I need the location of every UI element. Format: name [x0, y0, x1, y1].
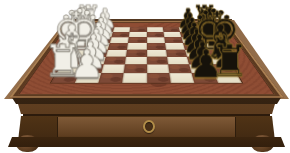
- white-pawn-h2[interactable]: ♟: [69, 45, 104, 84]
- chess-board: ♜♟♟♜♞♟♟♞♝♟♟♝♛♟♟♛♚♟♟♚♝♟♟♝♞♟♟♞♜♟♟♜: [9, 21, 284, 97]
- square-d4[interactable]: [127, 43, 146, 49]
- playing-area: ♜♟♟♜♞♟♟♞♝♟♟♝♛♟♟♛♚♟♟♚♝♟♟♝♞♟♟♞♜♟♟♜: [51, 27, 242, 83]
- square-h4[interactable]: [123, 73, 147, 83]
- black-rook-h8[interactable]: ♜: [211, 40, 250, 84]
- square-e4[interactable]: [126, 50, 146, 57]
- square-h2[interactable]: ♟: [75, 73, 102, 83]
- chess-set-photo: ♜♟♟♜♞♟♟♞♝♟♟♝♛♟♟♛♚♟♟♚♝♟♟♝♞♟♟♞♜♟♟♜: [0, 0, 290, 153]
- square-h5[interactable]: [147, 73, 171, 83]
- square-f4[interactable]: [125, 57, 146, 65]
- square-e5[interactable]: [147, 50, 167, 57]
- square-f5[interactable]: [147, 57, 168, 65]
- square-h8[interactable]: ♜: [214, 73, 242, 83]
- playing-area-frame: ♜♟♟♜♞♟♟♞♝♟♟♝♛♟♟♛♚♟♟♚♝♟♟♝♞♟♟♞♜♟♟♜: [51, 27, 242, 83]
- drawer-ring-handle-icon[interactable]: [143, 120, 155, 133]
- square-d5[interactable]: [147, 43, 166, 49]
